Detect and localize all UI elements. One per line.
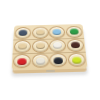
disc-red-r3-c1[interactable] — [17, 58, 27, 65]
cup-r2-c2[interactable] — [32, 40, 49, 53]
board-grid — [13, 25, 87, 69]
cup-r3-c2[interactable] — [31, 54, 49, 68]
wooden-board — [12, 24, 88, 70]
disc-off-white-r3-c2[interactable] — [36, 57, 45, 64]
board-cell-r2-c1 — [14, 39, 32, 54]
board-cell-r2-c3 — [49, 39, 67, 54]
board-cell-r1-c2 — [32, 26, 49, 40]
disc-dark-brown-r2-c4[interactable] — [70, 42, 80, 49]
cup-r2-c4[interactable] — [66, 39, 84, 52]
disc-light-blue-r1-c3[interactable] — [53, 29, 62, 35]
disc-natural-wood-r2-c1[interactable] — [18, 43, 27, 50]
cup-r1-c1[interactable] — [15, 27, 32, 40]
board-cell-r2-c2 — [31, 39, 49, 54]
cup-r3-c3[interactable] — [49, 53, 67, 67]
brand-stamp-icon — [46, 70, 55, 72]
board-cell-r3-c4 — [67, 52, 86, 68]
disc-natural-wood-r1-c2[interactable] — [36, 29, 45, 35]
disc-natural-wood-r2-c2[interactable] — [36, 43, 45, 50]
disc-dark-slate-r1-c1[interactable] — [19, 30, 28, 36]
photo-background — [0, 0, 100, 100]
cup-r1-c3[interactable] — [49, 26, 66, 39]
cup-r2-c1[interactable] — [14, 40, 31, 53]
cup-r2-c3[interactable] — [49, 39, 67, 52]
board-cell-r3-c3 — [49, 53, 68, 69]
board-cell-r1-c1 — [14, 26, 31, 40]
cup-r1-c4[interactable] — [65, 25, 82, 37]
disc-black-r3-c3[interactable] — [54, 57, 64, 64]
cup-r3-c1[interactable] — [13, 54, 31, 68]
disc-white-r2-c3[interactable] — [53, 42, 62, 49]
board-cell-r3-c1 — [13, 54, 32, 70]
disc-yellow-green-r3-c4[interactable] — [72, 56, 82, 63]
board-cell-r1-c4 — [65, 25, 83, 39]
board-cell-r2-c4 — [66, 38, 85, 53]
board-cell-r1-c3 — [48, 25, 66, 39]
board-cell-r3-c2 — [31, 53, 49, 69]
cup-r3-c4[interactable] — [67, 53, 86, 67]
cup-r1-c2[interactable] — [32, 26, 49, 39]
disc-green-r1-c4[interactable] — [69, 29, 78, 35]
